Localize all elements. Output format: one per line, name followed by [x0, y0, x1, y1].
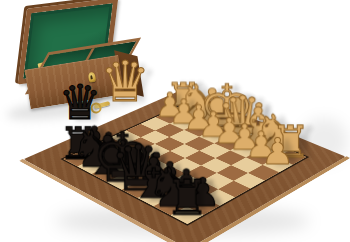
chess-set-product-photo: ♛ ♛ ♜♞♝♚♛♝♞♜♟♟♟♟♟♟♟♟♟♟♟♟♟♟♟♟♜♞♝♚♛♝♞♜	[0, 0, 350, 242]
square-a2[interactable]: ♟	[262, 157, 293, 172]
black-rook[interactable]: ♜	[140, 174, 235, 223]
board-stage: ♜♞♝♚♛♝♞♜♟♟♟♟♟♟♟♟♟♟♟♟♟♟♟♟♜♞♝♚♛♝♞♜	[71, 44, 299, 242]
square-a8[interactable]: ♜	[170, 206, 204, 224]
board-squares: ♜♞♝♚♛♝♞♜♟♟♟♟♟♟♟♟♟♟♟♟♟♟♟♟♜♞♝♚♛♝♞♜	[60, 104, 309, 226]
chess-board: ♜♞♝♚♛♝♞♜♟♟♟♟♟♟♟♟♟♟♟♟♟♟♟♟♜♞♝♚♛♝♞♜	[23, 90, 345, 242]
